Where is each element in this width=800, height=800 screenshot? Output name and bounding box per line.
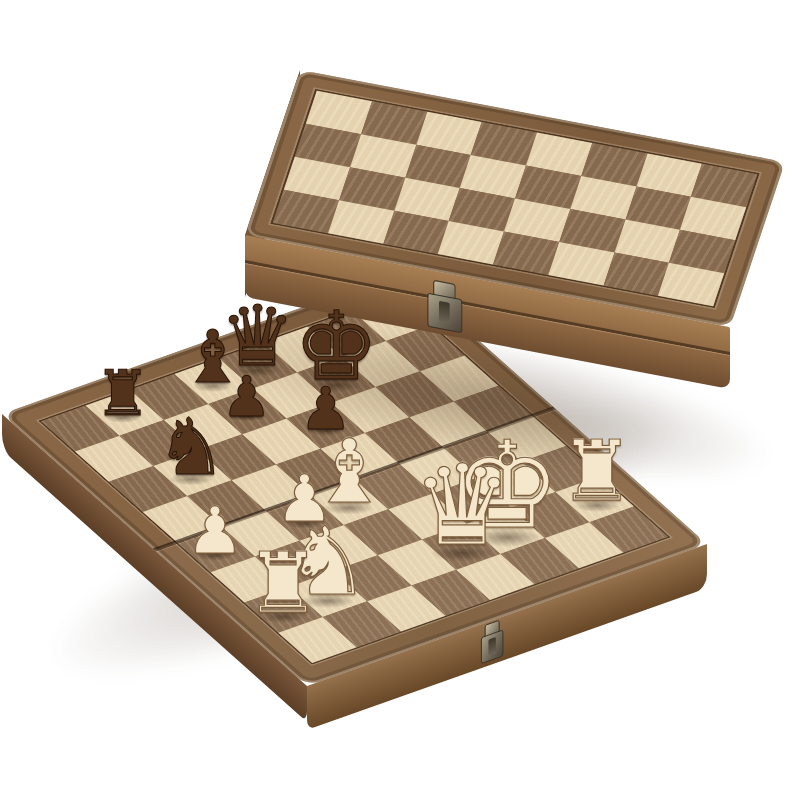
box-clasp-latch[interactable] bbox=[427, 278, 462, 333]
board-clasp-latch[interactable] bbox=[481, 618, 503, 664]
latch-slot bbox=[439, 301, 450, 324]
queen-glyph: ♛ bbox=[412, 453, 512, 559]
pawn-glyph: ♟ bbox=[222, 370, 272, 423]
dark-rook[interactable]: ♜ bbox=[95, 365, 151, 425]
white-queen[interactable]: ♛ bbox=[412, 453, 512, 559]
dark-knight[interactable]: ♞ bbox=[156, 410, 226, 485]
scene: { "game": "chess", "scene": { "descripti… bbox=[0, 0, 800, 800]
dark-pawn[interactable]: ♟ bbox=[222, 370, 272, 423]
pawn-glyph: ♟ bbox=[186, 500, 244, 562]
knight-glyph: ♞ bbox=[156, 410, 226, 485]
white-rook[interactable]: ♜ bbox=[559, 432, 634, 511]
white-pawn[interactable]: ♟ bbox=[186, 500, 244, 562]
rook-glyph: ♜ bbox=[246, 543, 321, 622]
rook-glyph: ♜ bbox=[559, 432, 634, 511]
rook-glyph: ♜ bbox=[95, 365, 151, 425]
latch-slot bbox=[489, 637, 496, 656]
white-rook[interactable]: ♜ bbox=[246, 543, 321, 622]
